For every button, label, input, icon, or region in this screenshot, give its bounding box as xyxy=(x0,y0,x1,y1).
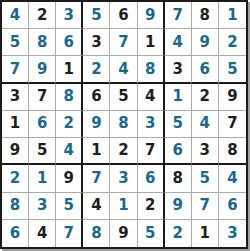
cell-r2c5[interactable]: 7 xyxy=(110,29,137,56)
cell-r4c5[interactable]: 5 xyxy=(110,84,137,111)
cell-r2c8[interactable]: 9 xyxy=(192,29,219,56)
cell-r5c2[interactable]: 6 xyxy=(29,111,56,138)
cell-r6c1[interactable]: 9 xyxy=(2,138,29,165)
cell-r1c8[interactable]: 8 xyxy=(192,2,219,29)
cell-r4c7[interactable]: 1 xyxy=(165,84,192,111)
cell-r8c4[interactable]: 4 xyxy=(83,193,110,220)
cell-r9c8[interactable]: 1 xyxy=(192,220,219,247)
cell-r8c8[interactable]: 7 xyxy=(192,193,219,220)
cell-r4c3[interactable]: 8 xyxy=(56,84,83,111)
cell-r9c9[interactable]: 3 xyxy=(219,220,246,247)
cell-r6c6[interactable]: 7 xyxy=(138,138,165,165)
cell-r1c7[interactable]: 7 xyxy=(165,2,192,29)
cell-r4c2[interactable]: 7 xyxy=(29,84,56,111)
cell-r2c7[interactable]: 4 xyxy=(165,29,192,56)
cell-r7c5[interactable]: 3 xyxy=(110,165,137,192)
cell-r1c6[interactable]: 9 xyxy=(138,2,165,29)
cell-r7c3[interactable]: 9 xyxy=(56,165,83,192)
cell-r6c9[interactable]: 8 xyxy=(219,138,246,165)
cell-r9c5[interactable]: 9 xyxy=(110,220,137,247)
cell-r6c3[interactable]: 4 xyxy=(56,138,83,165)
cell-r3c8[interactable]: 6 xyxy=(192,56,219,83)
cell-r1c4[interactable]: 5 xyxy=(83,2,110,29)
cell-r2c6[interactable]: 1 xyxy=(138,29,165,56)
cell-r3c2[interactable]: 9 xyxy=(29,56,56,83)
cell-r7c4[interactable]: 7 xyxy=(83,165,110,192)
cell-r5c4[interactable]: 9 xyxy=(83,111,110,138)
cell-r7c2[interactable]: 1 xyxy=(29,165,56,192)
cell-r5c1[interactable]: 1 xyxy=(2,111,29,138)
cell-r1c2[interactable]: 2 xyxy=(29,2,56,29)
cell-r2c9[interactable]: 2 xyxy=(219,29,246,56)
cell-r7c8[interactable]: 5 xyxy=(192,165,219,192)
cell-r1c3[interactable]: 3 xyxy=(56,2,83,29)
cell-r7c1[interactable]: 2 xyxy=(2,165,29,192)
cell-r4c1[interactable]: 3 xyxy=(2,84,29,111)
cell-r4c8[interactable]: 2 xyxy=(192,84,219,111)
cell-r7c9[interactable]: 4 xyxy=(219,165,246,192)
cell-r3c7[interactable]: 3 xyxy=(165,56,192,83)
cell-r4c6[interactable]: 4 xyxy=(138,84,165,111)
cell-r3c1[interactable]: 7 xyxy=(2,56,29,83)
cell-r7c7[interactable]: 8 xyxy=(165,165,192,192)
cell-r9c6[interactable]: 5 xyxy=(138,220,165,247)
cell-r2c1[interactable]: 5 xyxy=(2,29,29,56)
cell-r2c3[interactable]: 6 xyxy=(56,29,83,56)
cell-r1c5[interactable]: 6 xyxy=(110,2,137,29)
cell-r5c3[interactable]: 2 xyxy=(56,111,83,138)
cell-r3c4[interactable]: 2 xyxy=(83,56,110,83)
cell-r9c2[interactable]: 4 xyxy=(29,220,56,247)
cell-r8c1[interactable]: 8 xyxy=(2,193,29,220)
cell-r6c2[interactable]: 5 xyxy=(29,138,56,165)
cell-r1c1[interactable]: 4 xyxy=(2,2,29,29)
cell-r8c5[interactable]: 1 xyxy=(110,193,137,220)
cell-r9c3[interactable]: 7 xyxy=(56,220,83,247)
cell-r9c1[interactable]: 6 xyxy=(2,220,29,247)
cell-r5c8[interactable]: 4 xyxy=(192,111,219,138)
cell-r6c8[interactable]: 3 xyxy=(192,138,219,165)
cell-r3c3[interactable]: 1 xyxy=(56,56,83,83)
cell-r3c6[interactable]: 8 xyxy=(138,56,165,83)
cell-r7c6[interactable]: 6 xyxy=(138,165,165,192)
cell-r6c7[interactable]: 6 xyxy=(165,138,192,165)
cell-r8c6[interactable]: 2 xyxy=(138,193,165,220)
cell-r6c5[interactable]: 2 xyxy=(110,138,137,165)
cell-r2c4[interactable]: 3 xyxy=(83,29,110,56)
cell-r8c2[interactable]: 3 xyxy=(29,193,56,220)
cell-r5c7[interactable]: 5 xyxy=(165,111,192,138)
cell-r5c5[interactable]: 8 xyxy=(110,111,137,138)
sudoku-board: 4235697815863714927912483653786541291629… xyxy=(0,0,248,249)
cell-r1c9[interactable]: 1 xyxy=(219,2,246,29)
cell-r4c9[interactable]: 9 xyxy=(219,84,246,111)
cell-r8c7[interactable]: 9 xyxy=(165,193,192,220)
cell-r3c5[interactable]: 4 xyxy=(110,56,137,83)
cell-r5c6[interactable]: 3 xyxy=(138,111,165,138)
cell-r5c9[interactable]: 7 xyxy=(219,111,246,138)
cell-r8c3[interactable]: 5 xyxy=(56,193,83,220)
cell-r2c2[interactable]: 8 xyxy=(29,29,56,56)
cell-r3c9[interactable]: 5 xyxy=(219,56,246,83)
cell-r9c7[interactable]: 2 xyxy=(165,220,192,247)
cell-r8c9[interactable]: 6 xyxy=(219,193,246,220)
cell-r6c4[interactable]: 1 xyxy=(83,138,110,165)
cell-r4c4[interactable]: 6 xyxy=(83,84,110,111)
cell-r9c4[interactable]: 8 xyxy=(83,220,110,247)
